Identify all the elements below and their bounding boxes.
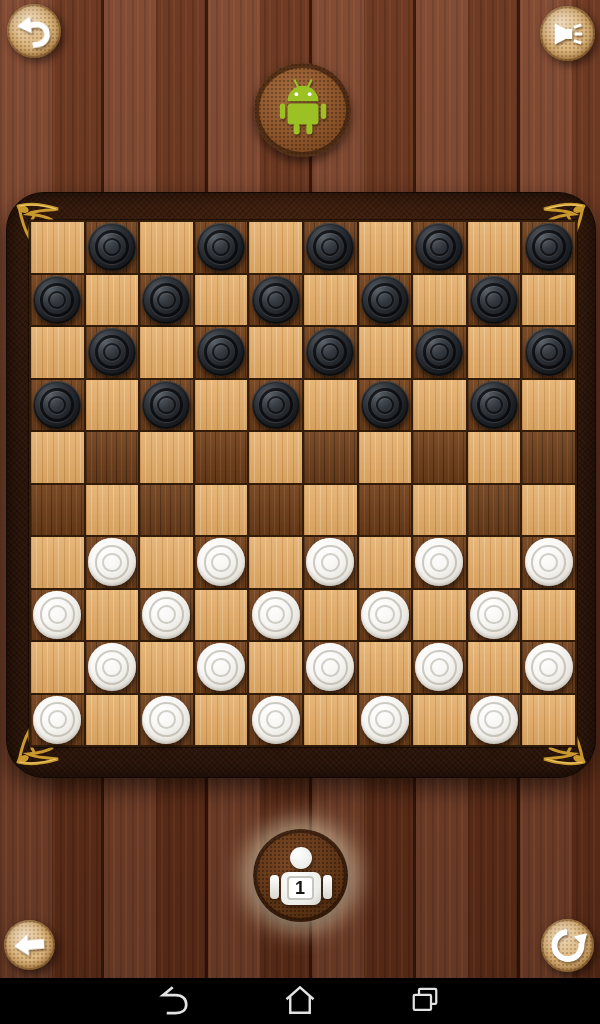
white-man[interactable]	[525, 643, 573, 691]
square-12[interactable]	[195, 327, 248, 378]
square-light[interactable]	[140, 327, 193, 378]
square-light[interactable]	[359, 432, 412, 483]
square-light[interactable]	[86, 380, 139, 431]
square-39[interactable]	[359, 590, 412, 641]
square-2[interactable]	[195, 222, 248, 273]
square-8[interactable]	[249, 275, 302, 326]
square-46[interactable]	[31, 695, 84, 746]
square-9[interactable]	[359, 275, 412, 326]
square-31[interactable]	[86, 537, 139, 588]
undo-arrow-icon	[15, 12, 53, 50]
square-45[interactable]	[522, 642, 575, 693]
square-light[interactable]	[86, 485, 139, 536]
square-light[interactable]	[413, 695, 466, 746]
square-light[interactable]	[140, 432, 193, 483]
square-21[interactable]	[86, 432, 139, 483]
square-light[interactable]	[86, 590, 139, 641]
square-43[interactable]	[304, 642, 357, 693]
white-man[interactable]	[306, 643, 354, 691]
square-light[interactable]	[413, 590, 466, 641]
black-man[interactable]	[361, 276, 409, 324]
square-36[interactable]	[31, 590, 84, 641]
square-10[interactable]	[468, 275, 521, 326]
black-man[interactable]	[470, 381, 518, 429]
square-15[interactable]	[522, 327, 575, 378]
square-light[interactable]	[249, 327, 302, 378]
square-30[interactable]	[468, 485, 521, 536]
square-19[interactable]	[359, 380, 412, 431]
black-man[interactable]	[252, 276, 300, 324]
black-man[interactable]	[142, 276, 190, 324]
square-40[interactable]	[468, 590, 521, 641]
white-man[interactable]	[252, 591, 300, 639]
black-man[interactable]	[415, 223, 463, 271]
square-48[interactable]	[249, 695, 302, 746]
square-23[interactable]	[304, 432, 357, 483]
square-light[interactable]	[195, 695, 248, 746]
black-man[interactable]	[470, 276, 518, 324]
square-14[interactable]	[413, 327, 466, 378]
square-light[interactable]	[140, 537, 193, 588]
square-light[interactable]	[522, 380, 575, 431]
game-screen: 1	[0, 0, 600, 1024]
square-light[interactable]	[522, 275, 575, 326]
square-44[interactable]	[413, 642, 466, 693]
square-20[interactable]	[468, 380, 521, 431]
square-41[interactable]	[86, 642, 139, 693]
white-man[interactable]	[470, 591, 518, 639]
square-light[interactable]	[304, 695, 357, 746]
back-button[interactable]	[4, 920, 55, 970]
square-6[interactable]	[31, 275, 84, 326]
white-man[interactable]	[88, 538, 136, 586]
black-man[interactable]	[306, 328, 354, 376]
player-head-icon	[290, 847, 312, 869]
square-light[interactable]	[413, 275, 466, 326]
square-light[interactable]	[195, 380, 248, 431]
square-light[interactable]	[468, 432, 521, 483]
board-frame	[6, 192, 596, 778]
black-man[interactable]	[252, 381, 300, 429]
player-arm-icon	[270, 875, 279, 899]
square-light[interactable]	[249, 537, 302, 588]
square-light[interactable]	[359, 537, 412, 588]
square-light[interactable]	[249, 642, 302, 693]
square-light[interactable]	[140, 222, 193, 273]
nav-back-button[interactable]	[152, 978, 198, 1024]
square-32[interactable]	[195, 537, 248, 588]
white-man[interactable]	[33, 696, 81, 744]
android-navbar	[0, 978, 600, 1024]
square-light[interactable]	[359, 222, 412, 273]
black-man[interactable]	[525, 223, 573, 271]
square-light[interactable]	[468, 222, 521, 273]
white-man[interactable]	[415, 538, 463, 586]
square-light[interactable]	[31, 642, 84, 693]
nav-home-icon	[282, 982, 318, 1021]
square-light[interactable]	[468, 537, 521, 588]
black-man[interactable]	[197, 223, 245, 271]
square-light[interactable]	[195, 275, 248, 326]
square-7[interactable]	[140, 275, 193, 326]
square-light[interactable]	[31, 327, 84, 378]
square-49[interactable]	[359, 695, 412, 746]
redo-arrow-icon	[549, 927, 587, 965]
square-1[interactable]	[86, 222, 139, 273]
black-man[interactable]	[88, 328, 136, 376]
player-arm-icon	[323, 875, 332, 899]
square-27[interactable]	[140, 485, 193, 536]
square-26[interactable]	[31, 485, 84, 536]
nav-home-button[interactable]	[277, 978, 323, 1024]
white-man[interactable]	[197, 538, 245, 586]
black-man[interactable]	[306, 223, 354, 271]
square-38[interactable]	[249, 590, 302, 641]
square-light[interactable]	[249, 222, 302, 273]
square-light[interactable]	[86, 275, 139, 326]
square-3[interactable]	[304, 222, 357, 273]
square-28[interactable]	[249, 485, 302, 536]
black-man[interactable]	[33, 276, 81, 324]
square-5[interactable]	[522, 222, 575, 273]
square-16[interactable]	[31, 380, 84, 431]
square-light[interactable]	[468, 642, 521, 693]
square-37[interactable]	[140, 590, 193, 641]
white-man[interactable]	[415, 643, 463, 691]
checkers-board	[29, 220, 577, 747]
white-man[interactable]	[470, 696, 518, 744]
sound-button[interactable]	[540, 6, 595, 61]
square-light[interactable]	[359, 642, 412, 693]
square-29[interactable]	[359, 485, 412, 536]
white-man[interactable]	[306, 538, 354, 586]
speaker-icon	[548, 14, 588, 54]
square-light[interactable]	[413, 380, 466, 431]
square-24[interactable]	[413, 432, 466, 483]
square-light[interactable]	[468, 327, 521, 378]
square-light[interactable]	[304, 590, 357, 641]
square-light[interactable]	[249, 432, 302, 483]
black-man[interactable]	[415, 328, 463, 376]
square-47[interactable]	[140, 695, 193, 746]
square-34[interactable]	[413, 537, 466, 588]
android-robot-icon	[274, 77, 332, 143]
white-man[interactable]	[197, 643, 245, 691]
square-17[interactable]	[140, 380, 193, 431]
black-man[interactable]	[142, 381, 190, 429]
square-22[interactable]	[195, 432, 248, 483]
redo-button[interactable]	[541, 919, 594, 972]
square-18[interactable]	[249, 380, 302, 431]
square-light[interactable]	[86, 695, 139, 746]
square-light[interactable]	[31, 432, 84, 483]
square-light[interactable]	[140, 642, 193, 693]
white-man[interactable]	[525, 538, 573, 586]
player-count-badge: 1	[287, 876, 314, 900]
white-man[interactable]	[361, 591, 409, 639]
square-light[interactable]	[304, 275, 357, 326]
white-man[interactable]	[142, 591, 190, 639]
nav-recents-button[interactable]	[402, 978, 448, 1024]
black-man[interactable]	[197, 328, 245, 376]
black-man[interactable]	[33, 381, 81, 429]
android-opponent-badge[interactable]	[254, 63, 351, 157]
square-light[interactable]	[359, 327, 412, 378]
white-man[interactable]	[252, 696, 300, 744]
black-man[interactable]	[525, 328, 573, 376]
square-4[interactable]	[413, 222, 466, 273]
undo-button[interactable]	[7, 4, 61, 58]
square-light[interactable]	[195, 590, 248, 641]
black-man[interactable]	[88, 223, 136, 271]
white-man[interactable]	[361, 696, 409, 744]
square-light[interactable]	[522, 485, 575, 536]
square-light[interactable]	[304, 380, 357, 431]
black-man[interactable]	[361, 381, 409, 429]
square-light[interactable]	[413, 485, 466, 536]
square-light[interactable]	[522, 695, 575, 746]
square-33[interactable]	[304, 537, 357, 588]
white-man[interactable]	[88, 643, 136, 691]
square-42[interactable]	[195, 642, 248, 693]
nav-recents-icon	[407, 982, 443, 1021]
square-light[interactable]	[31, 222, 84, 273]
square-light[interactable]	[31, 537, 84, 588]
square-light[interactable]	[304, 485, 357, 536]
square-light[interactable]	[522, 590, 575, 641]
square-35[interactable]	[522, 537, 575, 588]
white-man[interactable]	[33, 591, 81, 639]
white-man[interactable]	[142, 696, 190, 744]
nav-back-icon	[157, 982, 193, 1021]
left-arrow-icon	[11, 926, 49, 964]
square-13[interactable]	[304, 327, 357, 378]
player-indicator-button[interactable]: 1	[253, 829, 348, 922]
square-50[interactable]	[468, 695, 521, 746]
square-light[interactable]	[195, 485, 248, 536]
square-11[interactable]	[86, 327, 139, 378]
player-icon: 1	[275, 847, 327, 905]
square-25[interactable]	[522, 432, 575, 483]
